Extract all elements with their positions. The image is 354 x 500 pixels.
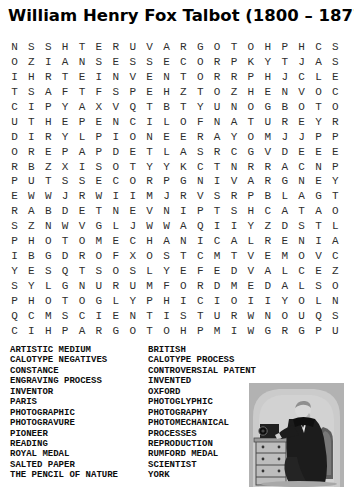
grid-cell-r10c16: R <box>259 174 276 189</box>
grid-cell-r6c3: H <box>40 115 57 130</box>
grid-cell-r11c13: S <box>209 189 226 204</box>
grid-cell-r15c20: C <box>327 249 344 264</box>
grid-cell-r12c9: V <box>141 204 158 219</box>
grid-cell-r6c14: A <box>226 115 243 130</box>
grid-cell-r14c13: C <box>209 234 226 249</box>
grid-cell-r4c12: T <box>192 85 209 100</box>
grid-cell-r10c11: G <box>175 174 192 189</box>
grid-cell-r1c18: H <box>293 40 310 55</box>
word-list-item: CONTROVERSIAL PATENT <box>148 366 268 376</box>
grid-cell-r16c2: E <box>23 264 40 279</box>
grid-cell-r18c2: H <box>23 294 40 309</box>
grid-cell-r4c14: Z <box>226 85 243 100</box>
grid-cell-r5c12: Y <box>192 100 209 115</box>
grid-cell-r8c3: E <box>40 145 57 160</box>
grid-cell-r15c4: D <box>57 249 74 264</box>
grid-cell-r5c17: B <box>276 100 293 115</box>
grid-cell-r2c16: Y <box>259 55 276 70</box>
grid-cell-r20c20: U <box>327 324 344 339</box>
grid-cell-r5c5: A <box>74 100 91 115</box>
grid-cell-r17c18: L <box>293 279 310 294</box>
word-list-item: THE PENCIL OF NATURE <box>10 470 142 480</box>
grid-cell-r1c20: S <box>327 40 344 55</box>
grid-cell-r10c17: G <box>276 174 293 189</box>
grid-cell-r11c6: W <box>90 189 107 204</box>
grid-cell-r12c6: T <box>90 204 107 219</box>
grid-cell-r1c6: E <box>90 40 107 55</box>
grid-cell-r16c3: S <box>40 264 57 279</box>
grid-cell-r15c7: F <box>107 249 124 264</box>
grid-cell-r19c5: C <box>74 309 91 324</box>
grid-cell-r1c17: P <box>276 40 293 55</box>
grid-cell-r11c2: W <box>23 189 40 204</box>
word-list-item: CALOTYPE NEGATIVES <box>10 355 142 365</box>
grid-cell-r20c1: C <box>6 324 23 339</box>
grid-cell-r2c12: O <box>192 55 209 70</box>
grid-cell-r2c13: R <box>209 55 226 70</box>
grid-cell-r8c6: P <box>90 145 107 160</box>
grid-cell-r13c5: V <box>74 219 91 234</box>
grid-cell-r7c5: L <box>74 130 91 145</box>
grid-cell-r8c1: O <box>6 145 23 160</box>
grid-cell-r5c20: O <box>327 100 344 115</box>
grid-cell-r3c10: N <box>158 70 175 85</box>
grid-cell-r15c6: O <box>90 249 107 264</box>
grid-cell-r8c20: E <box>327 145 344 160</box>
grid-cell-r12c17: A <box>276 204 293 219</box>
grid-cell-r11c15: P <box>242 189 259 204</box>
grid-cell-r12c14: S <box>226 204 243 219</box>
grid-cell-r16c14: D <box>226 264 243 279</box>
grid-cell-r8c13: R <box>209 145 226 160</box>
word-list-item: PARIS <box>10 397 142 407</box>
grid-cell-r3c8: V <box>124 70 141 85</box>
grid-cell-r11c12: V <box>192 189 209 204</box>
grid-cell-r8c16: V <box>259 145 276 160</box>
grid-cell-r9c12: C <box>192 160 209 175</box>
grid-cell-r1c4: H <box>57 40 74 55</box>
grid-cell-r3c12: O <box>192 70 209 85</box>
grid-cell-r20c2: I <box>23 324 40 339</box>
grid-cell-r17c3: L <box>40 279 57 294</box>
grid-cell-r12c15: H <box>242 204 259 219</box>
grid-cell-r19c20: S <box>327 309 344 324</box>
grid-cell-r18c18: O <box>293 294 310 309</box>
grid-cell-r4c9: E <box>141 85 158 100</box>
grid-cell-r11c9: M <box>141 189 158 204</box>
grid-cell-r14c20: A <box>327 234 344 249</box>
grid-cell-r8c17: D <box>276 145 293 160</box>
grid-cell-r12c3: B <box>40 204 57 219</box>
grid-cell-r12c7: N <box>107 204 124 219</box>
grid-cell-r20c11: H <box>175 324 192 339</box>
grid-cell-r4c18: V <box>293 85 310 100</box>
grid-cell-r1c5: T <box>74 40 91 55</box>
grid-cell-r8c7: D <box>107 145 124 160</box>
grid-cell-r14c15: L <box>242 234 259 249</box>
grid-cell-r17c11: O <box>175 279 192 294</box>
grid-cell-r17c5: N <box>74 279 91 294</box>
grid-cell-r13c12: Q <box>192 219 209 234</box>
grid-cell-r3c20: E <box>327 70 344 85</box>
grid-cell-r10c10: P <box>158 174 175 189</box>
grid-cell-r5c16: G <box>259 100 276 115</box>
grid-cell-r3c13: R <box>209 70 226 85</box>
grid-cell-r12c20: O <box>327 204 344 219</box>
grid-cell-r10c8: O <box>124 174 141 189</box>
grid-cell-r19c6: I <box>90 309 107 324</box>
grid-cell-r6c7: N <box>107 115 124 130</box>
grid-cell-r2c5: N <box>74 55 91 70</box>
grid-cell-r6c13: N <box>209 115 226 130</box>
grid-cell-r3c18: C <box>293 70 310 85</box>
grid-cell-r7c12: R <box>192 130 209 145</box>
grid-cell-r15c1: I <box>6 249 23 264</box>
grid-cell-r17c20: O <box>327 279 344 294</box>
grid-cell-r7c18: J <box>293 130 310 145</box>
grid-cell-r4c15: H <box>242 85 259 100</box>
word-list-item: PHOTOGRAVURE <box>10 418 142 428</box>
grid-cell-r9c13: T <box>209 160 226 175</box>
grid-cell-r8c15: G <box>242 145 259 160</box>
grid-cell-r19c11: S <box>175 309 192 324</box>
grid-cell-r19c16: N <box>259 309 276 324</box>
grid-cell-r9c20: P <box>327 160 344 175</box>
grid-cell-r4c13: O <box>209 85 226 100</box>
grid-cell-r7c11: E <box>175 130 192 145</box>
grid-cell-r20c18: G <box>293 324 310 339</box>
grid-cell-r1c13: O <box>209 40 226 55</box>
word-list-item: ARTISTIC MEDIUM <box>10 345 142 355</box>
grid-cell-r15c10: S <box>158 249 175 264</box>
word-list-item: INVENTOR <box>10 387 142 397</box>
word-list-item: READING <box>10 439 142 449</box>
grid-cell-r17c6: U <box>90 279 107 294</box>
word-list-item: ENGRAVING PROCESS <box>10 376 142 386</box>
grid-cell-r4c16: E <box>259 85 276 100</box>
grid-cell-r2c19: A <box>310 55 327 70</box>
grid-cell-r1c16: H <box>259 40 276 55</box>
grid-cell-r1c10: A <box>158 40 175 55</box>
grid-cell-r13c17: D <box>276 219 293 234</box>
grid-cell-r12c11: I <box>175 204 192 219</box>
grid-cell-r16c10: Y <box>158 264 175 279</box>
grid-cell-r13c1: S <box>6 219 23 234</box>
grid-cell-r15c14: T <box>226 249 243 264</box>
grid-cell-r14c7: E <box>107 234 124 249</box>
grid-cell-r18c12: C <box>192 294 209 309</box>
grid-cell-r12c1: R <box>6 204 23 219</box>
grid-cell-r9c1: R <box>6 160 23 175</box>
grid-cell-r5c14: N <box>226 100 243 115</box>
word-list-item: CONSTANCE <box>10 366 142 376</box>
grid-cell-r20c4: P <box>57 324 74 339</box>
grid-cell-r20c12: P <box>192 324 209 339</box>
grid-cell-r19c7: E <box>107 309 124 324</box>
grid-cell-r6c6: E <box>90 115 107 130</box>
grid-cell-r12c8: E <box>124 204 141 219</box>
grid-cell-r13c8: J <box>124 219 141 234</box>
grid-cell-r11c8: I <box>124 189 141 204</box>
grid-cell-r15c18: O <box>293 249 310 264</box>
grid-cell-r7c14: Y <box>226 130 243 145</box>
grid-cell-r4c8: P <box>124 85 141 100</box>
grid-cell-r8c8: E <box>124 145 141 160</box>
grid-cell-r14c1: P <box>6 234 23 249</box>
grid-cell-r11c20: T <box>327 189 344 204</box>
grid-cell-r5c7: V <box>107 100 124 115</box>
grid-cell-r11c1: E <box>6 189 23 204</box>
grid-cell-r3c9: E <box>141 70 158 85</box>
grid-cell-r13c13: I <box>209 219 226 234</box>
grid-cell-r10c5: S <box>74 174 91 189</box>
grid-cell-r4c4: F <box>57 85 74 100</box>
grid-cell-r18c15: I <box>242 294 259 309</box>
grid-cell-r7c16: M <box>259 130 276 145</box>
grid-cell-r18c16: I <box>259 294 276 309</box>
grid-cell-r7c15: O <box>242 130 259 145</box>
grid-cell-r3c14: R <box>226 70 243 85</box>
word-list-column-left: ARTISTIC MEDIUMCALOTYPE NEGATIVESCONSTAN… <box>10 345 142 481</box>
grid-cell-r15c12: C <box>192 249 209 264</box>
grid-cell-r6c15: T <box>242 115 259 130</box>
grid-cell-r11c14: R <box>226 189 243 204</box>
grid-cell-r8c12: S <box>192 145 209 160</box>
grid-cell-r1c3: S <box>40 40 57 55</box>
grid-cell-r20c19: P <box>310 324 327 339</box>
grid-cell-r15c9: O <box>141 249 158 264</box>
grid-cell-r3c1: I <box>6 70 23 85</box>
grid-cell-r8c4: P <box>57 145 74 160</box>
grid-cell-r19c17: O <box>276 309 293 324</box>
grid-cell-r2c14: P <box>226 55 243 70</box>
grid-cell-r19c15: W <box>242 309 259 324</box>
grid-cell-r12c18: T <box>293 204 310 219</box>
grid-cell-r13c3: N <box>40 219 57 234</box>
grid-cell-r16c7: O <box>107 264 124 279</box>
grid-cell-r2c3: I <box>40 55 57 70</box>
grid-cell-r14c14: A <box>226 234 243 249</box>
grid-cell-r9c15: R <box>242 160 259 175</box>
grid-cell-r9c3: Z <box>40 160 57 175</box>
grid-cell-r3c3: R <box>40 70 57 85</box>
grid-cell-r1c2: S <box>23 40 40 55</box>
grid-cell-r8c14: C <box>226 145 243 160</box>
grid-cell-r3c11: T <box>175 70 192 85</box>
grid-cell-r17c1: S <box>6 279 23 294</box>
grid-cell-r12c4: D <box>57 204 74 219</box>
grid-cell-r18c11: I <box>175 294 192 309</box>
grid-cell-r11c17: L <box>276 189 293 204</box>
grid-cell-r13c16: Z <box>259 219 276 234</box>
grid-cell-r4c5: T <box>74 85 91 100</box>
grid-cell-r9c6: S <box>90 160 107 175</box>
grid-cell-r17c10: F <box>158 279 175 294</box>
grid-cell-r14c10: A <box>158 234 175 249</box>
word-list-item: CALOTYPE PROCESS <box>148 355 268 365</box>
grid-cell-r13c2: Z <box>23 219 40 234</box>
grid-cell-r7c20: P <box>327 130 344 145</box>
grid-cell-r18c5: O <box>74 294 91 309</box>
grid-cell-r16c19: E <box>310 264 327 279</box>
grid-cell-r4c11: Z <box>175 85 192 100</box>
grid-cell-r10c4: S <box>57 174 74 189</box>
grid-cell-r5c10: B <box>158 100 175 115</box>
grid-cell-r19c4: S <box>57 309 74 324</box>
grid-cell-r7c3: R <box>40 130 57 145</box>
grid-cell-r4c3: A <box>40 85 57 100</box>
grid-cell-r1c12: G <box>192 40 209 55</box>
grid-cell-r10c9: R <box>141 174 158 189</box>
grid-cell-r16c11: E <box>175 264 192 279</box>
grid-cell-r2c18: J <box>293 55 310 70</box>
grid-cell-r16c8: S <box>124 264 141 279</box>
grid-cell-r10c18: N <box>293 174 310 189</box>
grid-cell-r20c14: I <box>226 324 243 339</box>
grid-cell-r11c4: J <box>57 189 74 204</box>
grid-cell-r12c2: A <box>23 204 40 219</box>
grid-cell-r10c12: N <box>192 174 209 189</box>
grid-cell-r8c19: E <box>310 145 327 160</box>
grid-cell-r17c19: S <box>310 279 327 294</box>
grid-cell-r10c1: P <box>6 174 23 189</box>
grid-cell-r7c1: D <box>6 130 23 145</box>
grid-cell-r2c20: S <box>327 55 344 70</box>
grid-cell-r4c7: S <box>107 85 124 100</box>
grid-cell-r2c10: E <box>158 55 175 70</box>
grid-cell-r19c2: C <box>23 309 40 324</box>
grid-cell-r17c2: Y <box>23 279 40 294</box>
grid-cell-r15c2: B <box>23 249 40 264</box>
grid-cell-r20c3: H <box>40 324 57 339</box>
grid-cell-r16c17: L <box>276 264 293 279</box>
grid-cell-r14c6: M <box>90 234 107 249</box>
grid-cell-r19c12: T <box>192 309 209 324</box>
grid-cell-r5c18: O <box>293 100 310 115</box>
grid-cell-r5c4: Y <box>57 100 74 115</box>
grid-cell-r10c7: C <box>107 174 124 189</box>
grid-cell-r15c5: R <box>74 249 91 264</box>
grid-cell-r6c19: Y <box>310 115 327 130</box>
grid-cell-r13c10: W <box>158 219 175 234</box>
grid-cell-r3c5: E <box>74 70 91 85</box>
grid-cell-r17c15: E <box>242 279 259 294</box>
grid-cell-r15c13: M <box>209 249 226 264</box>
grid-cell-r2c8: S <box>124 55 141 70</box>
grid-cell-r10c19: E <box>310 174 327 189</box>
grid-cell-r5c19: T <box>310 100 327 115</box>
grid-cell-r7c19: P <box>310 130 327 145</box>
grid-cell-r8c11: A <box>175 145 192 160</box>
grid-cell-r7c13: A <box>209 130 226 145</box>
grid-cell-r18c10: H <box>158 294 175 309</box>
grid-cell-r9c4: X <box>57 160 74 175</box>
grid-cell-r15c11: T <box>175 249 192 264</box>
grid-cell-r19c19: Q <box>310 309 327 324</box>
grid-cell-r14c11: N <box>175 234 192 249</box>
grid-cell-r12c12: P <box>192 204 209 219</box>
grid-cell-r17c14: M <box>226 279 243 294</box>
grid-cell-r9c9: Y <box>141 160 158 175</box>
grid-cell-r14c5: O <box>74 234 91 249</box>
grid-cell-r15c3: G <box>40 249 57 264</box>
grid-cell-r14c16: R <box>259 234 276 249</box>
grid-cell-r5c15: O <box>242 100 259 115</box>
grid-cell-r13c19: T <box>310 219 327 234</box>
grid-cell-r17c8: U <box>124 279 141 294</box>
grid-cell-r11c7: I <box>107 189 124 204</box>
grid-cell-r5c8: Q <box>124 100 141 115</box>
grid-cell-r20c8: O <box>124 324 141 339</box>
grid-cell-r18c19: L <box>310 294 327 309</box>
grid-cell-r11c3: W <box>40 189 57 204</box>
grid-cell-r7c6: P <box>90 130 107 145</box>
grid-cell-r14c9: H <box>141 234 158 249</box>
grid-cell-r13c9: W <box>141 219 158 234</box>
grid-cell-r3c4: T <box>57 70 74 85</box>
grid-cell-r4c20: C <box>327 85 344 100</box>
grid-cell-r20c7: G <box>107 324 124 339</box>
grid-cell-r16c1: Y <box>6 264 23 279</box>
word-list-item: SALTED PAPER <box>10 460 142 470</box>
grid-cell-r18c1: P <box>6 294 23 309</box>
grid-cell-r3c6: I <box>90 70 107 85</box>
grid-cell-r11c16: B <box>259 189 276 204</box>
grid-cell-r11c10: J <box>158 189 175 204</box>
grid-cell-r20c5: A <box>74 324 91 339</box>
grid-cell-r14c12: I <box>192 234 209 249</box>
grid-cell-r6c12: F <box>192 115 209 130</box>
grid-cell-r13c7: L <box>107 219 124 234</box>
grid-cell-r6c20: R <box>327 115 344 130</box>
grid-cell-r12c10: N <box>158 204 175 219</box>
grid-cell-r9c8: T <box>124 160 141 175</box>
grid-cell-r19c3: M <box>40 309 57 324</box>
grid-cell-r9c2: B <box>23 160 40 175</box>
grid-cell-r1c8: U <box>124 40 141 55</box>
grid-cell-r16c13: E <box>209 264 226 279</box>
grid-cell-r4c10: H <box>158 85 175 100</box>
grid-cell-r14c18: N <box>293 234 310 249</box>
grid-cell-r18c9: P <box>141 294 158 309</box>
grid-cell-r2c9: S <box>141 55 158 70</box>
grid-cell-r5c1: C <box>6 100 23 115</box>
grid-cell-r1c19: C <box>310 40 327 55</box>
grid-cell-r3c16: H <box>259 70 276 85</box>
grid-cell-r1c15: O <box>242 40 259 55</box>
grid-cell-r13c18: S <box>293 219 310 234</box>
grid-cell-r13c4: W <box>57 219 74 234</box>
grid-cell-r4c19: O <box>310 85 327 100</box>
grid-cell-r6c4: E <box>57 115 74 130</box>
grid-cell-r1c7: R <box>107 40 124 55</box>
grid-cell-r8c10: L <box>158 145 175 160</box>
word-list-item: BRITISH <box>148 345 268 355</box>
grid-cell-r20c17: R <box>276 324 293 339</box>
grid-cell-r14c17: E <box>276 234 293 249</box>
grid-cell-r1c11: R <box>175 40 192 55</box>
grid-cell-r6c5: P <box>74 115 91 130</box>
grid-cell-r6c8: C <box>124 115 141 130</box>
word-search-grid: NSSHTERUVARGOTOHPHCSOZIANSESSECORPKYTJAS… <box>6 40 344 339</box>
grid-cell-r15c8: X <box>124 249 141 264</box>
grid-cell-r8c5: A <box>74 145 91 160</box>
grid-cell-r1c9: V <box>141 40 158 55</box>
grid-cell-r16c12: F <box>192 264 209 279</box>
grid-cell-r11c11: R <box>175 189 192 204</box>
grid-cell-r14c2: H <box>23 234 40 249</box>
grid-cell-r10c6: E <box>90 174 107 189</box>
